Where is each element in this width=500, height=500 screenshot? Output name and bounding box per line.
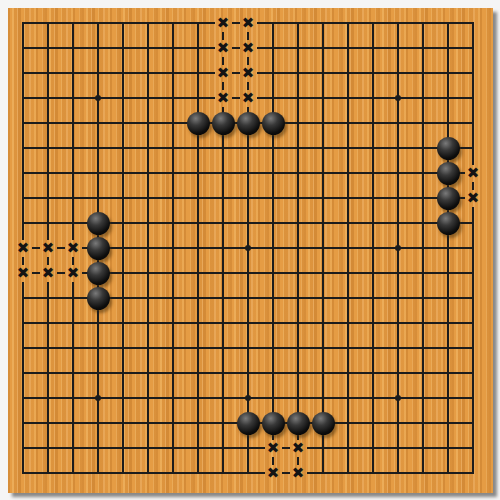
point-B18[interactable]: [36, 36, 61, 61]
point-L15[interactable]: [261, 111, 286, 136]
point-L19[interactable]: [261, 11, 286, 36]
point-N4[interactable]: [311, 386, 336, 411]
point-H4[interactable]: [186, 386, 211, 411]
point-A6[interactable]: [11, 336, 36, 361]
point-H15[interactable]: [186, 111, 211, 136]
point-O10[interactable]: [336, 236, 361, 261]
point-K6[interactable]: [236, 336, 261, 361]
point-C4[interactable]: [61, 386, 86, 411]
point-H12[interactable]: [186, 186, 211, 211]
point-D14[interactable]: [86, 136, 111, 161]
point-B1[interactable]: [36, 461, 61, 486]
point-N2[interactable]: [311, 436, 336, 461]
point-N14[interactable]: [311, 136, 336, 161]
point-O8[interactable]: [336, 286, 361, 311]
point-F3[interactable]: [136, 411, 161, 436]
point-J8[interactable]: [211, 286, 236, 311]
point-N8[interactable]: [311, 286, 336, 311]
point-T19[interactable]: [461, 11, 486, 36]
point-S7[interactable]: [436, 311, 461, 336]
point-D11[interactable]: [86, 211, 111, 236]
point-Q19[interactable]: [386, 11, 411, 36]
point-B19[interactable]: [36, 11, 61, 36]
point-E10[interactable]: [111, 236, 136, 261]
point-M8[interactable]: [286, 286, 311, 311]
point-S13[interactable]: [436, 161, 461, 186]
point-N16[interactable]: [311, 86, 336, 111]
point-Q6[interactable]: [386, 336, 411, 361]
point-J5[interactable]: [211, 361, 236, 386]
point-Q13[interactable]: [386, 161, 411, 186]
point-K12[interactable]: [236, 186, 261, 211]
point-K11[interactable]: [236, 211, 261, 236]
point-R8[interactable]: [411, 286, 436, 311]
point-M1[interactable]: ✖: [286, 461, 311, 486]
point-M16[interactable]: [286, 86, 311, 111]
point-T12[interactable]: ✖: [461, 186, 486, 211]
point-M6[interactable]: [286, 336, 311, 361]
point-H6[interactable]: [186, 336, 211, 361]
point-K14[interactable]: [236, 136, 261, 161]
point-B15[interactable]: [36, 111, 61, 136]
point-O3[interactable]: [336, 411, 361, 436]
point-T16[interactable]: [461, 86, 486, 111]
point-P11[interactable]: [361, 211, 386, 236]
point-E14[interactable]: [111, 136, 136, 161]
point-L5[interactable]: [261, 361, 286, 386]
point-S1[interactable]: [436, 461, 461, 486]
point-G2[interactable]: [161, 436, 186, 461]
point-C8[interactable]: [61, 286, 86, 311]
point-A10[interactable]: ✖: [11, 236, 36, 261]
point-H1[interactable]: [186, 461, 211, 486]
point-F16[interactable]: [136, 86, 161, 111]
point-M14[interactable]: [286, 136, 311, 161]
point-P17[interactable]: [361, 61, 386, 86]
point-P19[interactable]: [361, 11, 386, 36]
point-M3[interactable]: [286, 411, 311, 436]
point-O13[interactable]: [336, 161, 361, 186]
point-G7[interactable]: [161, 311, 186, 336]
point-H8[interactable]: [186, 286, 211, 311]
point-O11[interactable]: [336, 211, 361, 236]
point-R1[interactable]: [411, 461, 436, 486]
point-H3[interactable]: [186, 411, 211, 436]
point-N15[interactable]: [311, 111, 336, 136]
point-J17[interactable]: ✖: [211, 61, 236, 86]
point-C16[interactable]: [61, 86, 86, 111]
point-A1[interactable]: [11, 461, 36, 486]
point-P7[interactable]: [361, 311, 386, 336]
point-O4[interactable]: [336, 386, 361, 411]
point-E6[interactable]: [111, 336, 136, 361]
point-J4[interactable]: [211, 386, 236, 411]
point-K16[interactable]: ✖: [236, 86, 261, 111]
point-E1[interactable]: [111, 461, 136, 486]
point-C15[interactable]: [61, 111, 86, 136]
point-S15[interactable]: [436, 111, 461, 136]
point-B10[interactable]: ✖: [36, 236, 61, 261]
point-G11[interactable]: [161, 211, 186, 236]
point-P16[interactable]: [361, 86, 386, 111]
point-L1[interactable]: ✖: [261, 461, 286, 486]
point-P18[interactable]: [361, 36, 386, 61]
point-E12[interactable]: [111, 186, 136, 211]
point-R17[interactable]: [411, 61, 436, 86]
point-C9[interactable]: ✖: [61, 261, 86, 286]
point-T5[interactable]: [461, 361, 486, 386]
point-P1[interactable]: [361, 461, 386, 486]
point-R10[interactable]: [411, 236, 436, 261]
point-A3[interactable]: [11, 411, 36, 436]
point-K4[interactable]: [236, 386, 261, 411]
point-R6[interactable]: [411, 336, 436, 361]
point-E3[interactable]: [111, 411, 136, 436]
point-H5[interactable]: [186, 361, 211, 386]
point-J14[interactable]: [211, 136, 236, 161]
point-C13[interactable]: [61, 161, 86, 186]
point-J16[interactable]: ✖: [211, 86, 236, 111]
point-P4[interactable]: [361, 386, 386, 411]
point-F18[interactable]: [136, 36, 161, 61]
point-G13[interactable]: [161, 161, 186, 186]
point-S6[interactable]: [436, 336, 461, 361]
point-D10[interactable]: [86, 236, 111, 261]
point-C1[interactable]: [61, 461, 86, 486]
point-J3[interactable]: [211, 411, 236, 436]
point-K1[interactable]: [236, 461, 261, 486]
point-O12[interactable]: [336, 186, 361, 211]
point-C6[interactable]: [61, 336, 86, 361]
point-E16[interactable]: [111, 86, 136, 111]
point-G16[interactable]: [161, 86, 186, 111]
point-J19[interactable]: ✖: [211, 11, 236, 36]
point-J2[interactable]: [211, 436, 236, 461]
point-B17[interactable]: [36, 61, 61, 86]
point-N12[interactable]: [311, 186, 336, 211]
point-J13[interactable]: [211, 161, 236, 186]
point-B7[interactable]: [36, 311, 61, 336]
point-L14[interactable]: [261, 136, 286, 161]
point-E13[interactable]: [111, 161, 136, 186]
point-S4[interactable]: [436, 386, 461, 411]
point-M15[interactable]: [286, 111, 311, 136]
point-Q14[interactable]: [386, 136, 411, 161]
point-T3[interactable]: [461, 411, 486, 436]
point-H19[interactable]: [186, 11, 211, 36]
point-O6[interactable]: [336, 336, 361, 361]
point-H11[interactable]: [186, 211, 211, 236]
point-D12[interactable]: [86, 186, 111, 211]
point-J9[interactable]: [211, 261, 236, 286]
point-R12[interactable]: [411, 186, 436, 211]
point-B11[interactable]: [36, 211, 61, 236]
point-R14[interactable]: [411, 136, 436, 161]
point-S19[interactable]: [436, 11, 461, 36]
point-O16[interactable]: [336, 86, 361, 111]
point-T7[interactable]: [461, 311, 486, 336]
point-N13[interactable]: [311, 161, 336, 186]
point-K15[interactable]: [236, 111, 261, 136]
point-G18[interactable]: [161, 36, 186, 61]
point-F7[interactable]: [136, 311, 161, 336]
point-G17[interactable]: [161, 61, 186, 86]
point-H10[interactable]: [186, 236, 211, 261]
point-C2[interactable]: [61, 436, 86, 461]
point-F15[interactable]: [136, 111, 161, 136]
point-Q17[interactable]: [386, 61, 411, 86]
point-F17[interactable]: [136, 61, 161, 86]
point-J12[interactable]: [211, 186, 236, 211]
point-J6[interactable]: [211, 336, 236, 361]
point-R5[interactable]: [411, 361, 436, 386]
point-P9[interactable]: [361, 261, 386, 286]
point-L11[interactable]: [261, 211, 286, 236]
point-B2[interactable]: [36, 436, 61, 461]
point-L13[interactable]: [261, 161, 286, 186]
point-A9[interactable]: ✖: [11, 261, 36, 286]
point-A4[interactable]: [11, 386, 36, 411]
point-L17[interactable]: [261, 61, 286, 86]
point-C3[interactable]: [61, 411, 86, 436]
point-Q5[interactable]: [386, 361, 411, 386]
point-H16[interactable]: [186, 86, 211, 111]
point-S14[interactable]: [436, 136, 461, 161]
point-D7[interactable]: [86, 311, 111, 336]
point-L9[interactable]: [261, 261, 286, 286]
point-S17[interactable]: [436, 61, 461, 86]
point-S2[interactable]: [436, 436, 461, 461]
point-E8[interactable]: [111, 286, 136, 311]
point-A17[interactable]: [11, 61, 36, 86]
point-A18[interactable]: [11, 36, 36, 61]
point-K9[interactable]: [236, 261, 261, 286]
point-N9[interactable]: [311, 261, 336, 286]
point-D9[interactable]: [86, 261, 111, 286]
point-G9[interactable]: [161, 261, 186, 286]
point-K13[interactable]: [236, 161, 261, 186]
point-E2[interactable]: [111, 436, 136, 461]
point-F8[interactable]: [136, 286, 161, 311]
point-G8[interactable]: [161, 286, 186, 311]
point-T13[interactable]: ✖: [461, 161, 486, 186]
point-P5[interactable]: [361, 361, 386, 386]
point-C19[interactable]: [61, 11, 86, 36]
point-T14[interactable]: [461, 136, 486, 161]
point-C12[interactable]: [61, 186, 86, 211]
point-H2[interactable]: [186, 436, 211, 461]
point-S16[interactable]: [436, 86, 461, 111]
point-F5[interactable]: [136, 361, 161, 386]
point-L3[interactable]: [261, 411, 286, 436]
point-O17[interactable]: [336, 61, 361, 86]
point-L12[interactable]: [261, 186, 286, 211]
point-B4[interactable]: [36, 386, 61, 411]
point-C10[interactable]: ✖: [61, 236, 86, 261]
point-T1[interactable]: [461, 461, 486, 486]
point-S3[interactable]: [436, 411, 461, 436]
point-T4[interactable]: [461, 386, 486, 411]
point-A5[interactable]: [11, 361, 36, 386]
point-F11[interactable]: [136, 211, 161, 236]
point-G19[interactable]: [161, 11, 186, 36]
point-C17[interactable]: [61, 61, 86, 86]
point-H13[interactable]: [186, 161, 211, 186]
point-L18[interactable]: [261, 36, 286, 61]
point-R13[interactable]: [411, 161, 436, 186]
point-P10[interactable]: [361, 236, 386, 261]
point-C11[interactable]: [61, 211, 86, 236]
point-J11[interactable]: [211, 211, 236, 236]
point-E7[interactable]: [111, 311, 136, 336]
point-D5[interactable]: [86, 361, 111, 386]
point-E15[interactable]: [111, 111, 136, 136]
point-P12[interactable]: [361, 186, 386, 211]
point-T8[interactable]: [461, 286, 486, 311]
point-N5[interactable]: [311, 361, 336, 386]
point-M19[interactable]: [286, 11, 311, 36]
point-Q10[interactable]: [386, 236, 411, 261]
point-O18[interactable]: [336, 36, 361, 61]
point-R16[interactable]: [411, 86, 436, 111]
point-T10[interactable]: [461, 236, 486, 261]
point-G1[interactable]: [161, 461, 186, 486]
point-P8[interactable]: [361, 286, 386, 311]
point-B12[interactable]: [36, 186, 61, 211]
point-R4[interactable]: [411, 386, 436, 411]
point-N19[interactable]: [311, 11, 336, 36]
point-K10[interactable]: [236, 236, 261, 261]
point-P15[interactable]: [361, 111, 386, 136]
point-B8[interactable]: [36, 286, 61, 311]
point-H9[interactable]: [186, 261, 211, 286]
point-Q7[interactable]: [386, 311, 411, 336]
point-A7[interactable]: [11, 311, 36, 336]
point-E4[interactable]: [111, 386, 136, 411]
point-D17[interactable]: [86, 61, 111, 86]
point-M13[interactable]: [286, 161, 311, 186]
point-M9[interactable]: [286, 261, 311, 286]
point-O19[interactable]: [336, 11, 361, 36]
point-D15[interactable]: [86, 111, 111, 136]
point-H7[interactable]: [186, 311, 211, 336]
point-T15[interactable]: [461, 111, 486, 136]
point-F2[interactable]: [136, 436, 161, 461]
point-B5[interactable]: [36, 361, 61, 386]
point-G10[interactable]: [161, 236, 186, 261]
point-B9[interactable]: ✖: [36, 261, 61, 286]
point-C14[interactable]: [61, 136, 86, 161]
point-F6[interactable]: [136, 336, 161, 361]
point-T9[interactable]: [461, 261, 486, 286]
point-G15[interactable]: [161, 111, 186, 136]
point-F1[interactable]: [136, 461, 161, 486]
point-F12[interactable]: [136, 186, 161, 211]
point-T18[interactable]: [461, 36, 486, 61]
point-O7[interactable]: [336, 311, 361, 336]
point-E17[interactable]: [111, 61, 136, 86]
point-L4[interactable]: [261, 386, 286, 411]
point-O15[interactable]: [336, 111, 361, 136]
point-G4[interactable]: [161, 386, 186, 411]
point-D8[interactable]: [86, 286, 111, 311]
point-Q4[interactable]: [386, 386, 411, 411]
point-P2[interactable]: [361, 436, 386, 461]
point-G3[interactable]: [161, 411, 186, 436]
point-N18[interactable]: [311, 36, 336, 61]
point-D1[interactable]: [86, 461, 111, 486]
point-Q11[interactable]: [386, 211, 411, 236]
point-N10[interactable]: [311, 236, 336, 261]
point-Q3[interactable]: [386, 411, 411, 436]
point-D19[interactable]: [86, 11, 111, 36]
point-F4[interactable]: [136, 386, 161, 411]
point-T2[interactable]: [461, 436, 486, 461]
point-S11[interactable]: [436, 211, 461, 236]
point-O1[interactable]: [336, 461, 361, 486]
point-E9[interactable]: [111, 261, 136, 286]
point-M2[interactable]: ✖: [286, 436, 311, 461]
point-Q1[interactable]: [386, 461, 411, 486]
point-L10[interactable]: [261, 236, 286, 261]
point-S5[interactable]: [436, 361, 461, 386]
point-K18[interactable]: ✖: [236, 36, 261, 61]
point-M18[interactable]: [286, 36, 311, 61]
point-K19[interactable]: ✖: [236, 11, 261, 36]
point-N11[interactable]: [311, 211, 336, 236]
point-J18[interactable]: ✖: [211, 36, 236, 61]
point-L16[interactable]: [261, 86, 286, 111]
point-R19[interactable]: [411, 11, 436, 36]
point-J10[interactable]: [211, 236, 236, 261]
point-J7[interactable]: [211, 311, 236, 336]
point-A16[interactable]: [11, 86, 36, 111]
point-A19[interactable]: [11, 11, 36, 36]
point-R3[interactable]: [411, 411, 436, 436]
point-C18[interactable]: [61, 36, 86, 61]
point-B6[interactable]: [36, 336, 61, 361]
point-A11[interactable]: [11, 211, 36, 236]
point-J1[interactable]: [211, 461, 236, 486]
point-N1[interactable]: [311, 461, 336, 486]
point-M12[interactable]: [286, 186, 311, 211]
point-F13[interactable]: [136, 161, 161, 186]
point-O14[interactable]: [336, 136, 361, 161]
point-M10[interactable]: [286, 236, 311, 261]
point-A14[interactable]: [11, 136, 36, 161]
point-G5[interactable]: [161, 361, 186, 386]
point-K2[interactable]: [236, 436, 261, 461]
point-N7[interactable]: [311, 311, 336, 336]
point-L2[interactable]: ✖: [261, 436, 286, 461]
point-F9[interactable]: [136, 261, 161, 286]
point-R2[interactable]: [411, 436, 436, 461]
point-E11[interactable]: [111, 211, 136, 236]
point-O9[interactable]: [336, 261, 361, 286]
point-Q12[interactable]: [386, 186, 411, 211]
point-P6[interactable]: [361, 336, 386, 361]
point-A13[interactable]: [11, 161, 36, 186]
point-M5[interactable]: [286, 361, 311, 386]
point-M4[interactable]: [286, 386, 311, 411]
point-Q2[interactable]: [386, 436, 411, 461]
point-D16[interactable]: [86, 86, 111, 111]
point-O5[interactable]: [336, 361, 361, 386]
point-F14[interactable]: [136, 136, 161, 161]
point-E19[interactable]: [111, 11, 136, 36]
point-P13[interactable]: [361, 161, 386, 186]
point-B14[interactable]: [36, 136, 61, 161]
